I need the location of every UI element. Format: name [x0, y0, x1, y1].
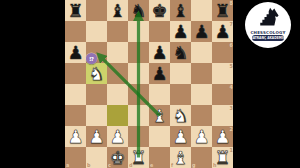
square-c3[interactable] [107, 105, 128, 126]
square-h1[interactable]: ♜1h [212, 147, 233, 168]
square-f1[interactable]: ♝f [170, 147, 191, 168]
piece-black-king[interactable]: ♚ [149, 0, 170, 21]
square-f6[interactable]: ♞ [170, 42, 191, 63]
square-c5[interactable] [107, 63, 128, 84]
square-h2[interactable]: ♟2 [212, 126, 233, 147]
piece-black-rook[interactable]: ♜ [65, 0, 86, 21]
piece-white-pawn[interactable]: ♟ [107, 126, 128, 147]
logo-subtitle: SATRANÇ AKADEMİSİ [252, 37, 284, 40]
square-g3[interactable] [191, 105, 212, 126]
coord-file-f: f [171, 163, 173, 168]
piece-black-pawn[interactable]: ♟ [170, 21, 191, 42]
square-d2[interactable] [128, 126, 149, 147]
square-b4[interactable] [86, 84, 107, 105]
piece-white-bishop[interactable]: ♝ [170, 147, 191, 168]
square-e7[interactable] [149, 21, 170, 42]
square-c7[interactable] [107, 21, 128, 42]
square-g2[interactable]: ♟ [191, 126, 212, 147]
square-c8[interactable]: ♝ [107, 0, 128, 21]
interesting-move-icon: !? [86, 53, 97, 64]
square-b8[interactable] [86, 0, 107, 21]
square-h5[interactable]: 5 [212, 63, 233, 84]
square-h3[interactable]: 3 [212, 105, 233, 126]
square-e3[interactable]: ♝ [149, 105, 170, 126]
square-a3[interactable] [65, 105, 86, 126]
square-e1[interactable]: e [149, 147, 170, 168]
coord-file-e: e [150, 163, 153, 168]
video-frame: ♜♝♞♚♝♜8♟♟♟7♟♟♞6♞♟54♝♞3♟♟♟♟♟♟2ab♚c♜de♝fg♜… [0, 0, 300, 168]
square-g8[interactable] [191, 0, 212, 21]
square-e2[interactable] [149, 126, 170, 147]
square-f7[interactable]: ♟ [170, 21, 191, 42]
coord-rank-5: 5 [229, 64, 232, 69]
logo-subtitle-pill: SATRANÇ AKADEMİSİ [252, 35, 284, 41]
piece-white-knight[interactable]: ♞ [86, 63, 107, 84]
square-f8[interactable]: ♝ [170, 0, 191, 21]
square-f5[interactable] [170, 63, 191, 84]
square-g4[interactable] [191, 84, 212, 105]
square-e5[interactable]: ♟ [149, 63, 170, 84]
piece-white-pawn[interactable]: ♟ [65, 126, 86, 147]
square-d5[interactable] [128, 63, 149, 84]
square-a2[interactable]: ♟ [65, 126, 86, 147]
square-d3[interactable] [128, 105, 149, 126]
square-g7[interactable]: ♟ [191, 21, 212, 42]
square-h6[interactable]: 6 [212, 42, 233, 63]
piece-black-pawn[interactable]: ♟ [65, 42, 86, 63]
piece-white-pawn[interactable]: ♟ [86, 126, 107, 147]
square-g5[interactable] [191, 63, 212, 84]
piece-black-pawn[interactable]: ♟ [191, 21, 212, 42]
square-a1[interactable]: a [65, 147, 86, 168]
square-h4[interactable]: 4 [212, 84, 233, 105]
square-c2[interactable]: ♟ [107, 126, 128, 147]
coord-rank-6: 6 [229, 43, 232, 48]
knight-logo-icon [256, 7, 280, 27]
piece-black-pawn[interactable]: ♟ [149, 63, 170, 84]
piece-black-bishop[interactable]: ♝ [170, 0, 191, 21]
coord-rank-7: 7 [229, 22, 232, 27]
square-d4[interactable] [128, 84, 149, 105]
square-a7[interactable] [65, 21, 86, 42]
coord-file-c: c [108, 163, 111, 168]
coord-file-a: a [66, 163, 69, 168]
coord-rank-3: 3 [229, 106, 232, 111]
square-h8[interactable]: ♜8 [212, 0, 233, 21]
coord-file-d: d [129, 163, 132, 168]
square-a6[interactable]: ♟ [65, 42, 86, 63]
coord-file-g: g [192, 163, 195, 168]
square-e6[interactable]: ♟ [149, 42, 170, 63]
square-a8[interactable]: ♜ [65, 0, 86, 21]
piece-white-knight[interactable]: ♞ [170, 105, 191, 126]
square-d7[interactable] [128, 21, 149, 42]
square-b3[interactable] [86, 105, 107, 126]
coord-file-h: h [213, 163, 216, 168]
square-g6[interactable] [191, 42, 212, 63]
piece-black-knight[interactable]: ♞ [170, 42, 191, 63]
square-b1[interactable]: b [86, 147, 107, 168]
square-h7[interactable]: ♟7 [212, 21, 233, 42]
coord-file-b: b [87, 163, 90, 168]
square-e8[interactable]: ♚ [149, 0, 170, 21]
square-f4[interactable] [170, 84, 191, 105]
move-glyph-label: !? [89, 56, 94, 62]
square-f3[interactable]: ♞ [170, 105, 191, 126]
piece-white-pawn[interactable]: ♟ [191, 126, 212, 147]
coord-rank-2: 2 [229, 127, 232, 132]
square-c6[interactable] [107, 42, 128, 63]
square-d6[interactable] [128, 42, 149, 63]
piece-white-bishop[interactable]: ♝ [149, 105, 170, 126]
coord-rank-4: 4 [229, 85, 232, 90]
square-b7[interactable] [86, 21, 107, 42]
square-g1[interactable]: g [191, 147, 212, 168]
coord-rank-8: 8 [229, 1, 232, 6]
square-e4[interactable] [149, 84, 170, 105]
piece-black-bishop[interactable]: ♝ [107, 0, 128, 21]
square-a4[interactable] [65, 84, 86, 105]
square-d1[interactable]: ♜d [128, 147, 149, 168]
square-c1[interactable]: ♚c [107, 147, 128, 168]
square-b2[interactable]: ♟ [86, 126, 107, 147]
chesscology-logo: CHESSCOLOGY SATRANÇ AKADEMİSİ [245, 2, 291, 48]
piece-black-knight[interactable]: ♞ [128, 0, 149, 21]
piece-white-pawn[interactable]: ♟ [170, 126, 191, 147]
square-b5[interactable]: ♞ [86, 63, 107, 84]
coord-rank-1: 1 [229, 148, 232, 153]
square-a5[interactable] [65, 63, 86, 84]
square-d8[interactable]: ♞ [128, 0, 149, 21]
piece-black-pawn[interactable]: ♟ [149, 42, 170, 63]
square-c4[interactable] [107, 84, 128, 105]
square-f2[interactable]: ♟ [170, 126, 191, 147]
chess-board: ♜♝♞♚♝♜8♟♟♟7♟♟♞6♞♟54♝♞3♟♟♟♟♟♟2ab♚c♜de♝fg♜… [65, 0, 233, 168]
